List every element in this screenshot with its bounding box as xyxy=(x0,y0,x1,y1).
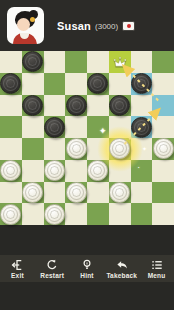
opponent-rating: (3000) xyxy=(95,22,118,31)
game-toolbar: Exit Restart Hint Takeback Menu xyxy=(0,255,174,282)
checker-piece-black[interactable] xyxy=(131,73,152,94)
checker-piece-black[interactable] xyxy=(22,51,43,72)
board-square-c6r0[interactable] xyxy=(131,51,153,73)
board-square-c5r0[interactable] xyxy=(109,51,131,73)
board-square-c2r3[interactable] xyxy=(44,116,66,138)
board-square-c1r5[interactable] xyxy=(22,160,44,182)
board-square-c6r2[interactable] xyxy=(131,95,153,117)
board-square-c3r4[interactable] xyxy=(65,138,87,160)
board-square-c7r3[interactable] xyxy=(152,116,174,138)
checker-piece-black[interactable] xyxy=(109,95,130,116)
board-square-c5r2[interactable] xyxy=(109,95,131,117)
board-square-c1r1[interactable] xyxy=(22,73,44,95)
board-square-c4r7[interactable] xyxy=(87,203,109,225)
takeback-button[interactable]: Takeback xyxy=(104,255,139,282)
checker-piece-white[interactable] xyxy=(87,160,108,181)
checker-piece-white[interactable] xyxy=(66,138,87,159)
board-square-c2r0[interactable] xyxy=(44,51,66,73)
board-square-c0r1[interactable] xyxy=(0,73,22,95)
takeback-icon xyxy=(116,259,128,271)
checker-piece-white[interactable] xyxy=(44,204,65,225)
board-square-c6r6[interactable] xyxy=(131,182,153,204)
crown-icon xyxy=(113,56,127,68)
restart-icon xyxy=(46,259,58,271)
opponent-avatar xyxy=(7,7,44,44)
board-square-c1r0[interactable] xyxy=(22,51,44,73)
exit-label: Exit xyxy=(11,272,24,279)
restart-button[interactable]: Restart xyxy=(35,255,70,282)
board-square-c3r6[interactable] xyxy=(65,182,87,204)
board-square-c3r7[interactable] xyxy=(65,203,87,225)
board-square-c1r7[interactable] xyxy=(22,203,44,225)
checker-piece-black[interactable] xyxy=(66,95,87,116)
menu-button[interactable]: Menu xyxy=(139,255,174,282)
board-square-c7r1[interactable] xyxy=(152,73,174,95)
board-square-c0r2[interactable] xyxy=(0,95,22,117)
checker-piece-white[interactable] xyxy=(109,182,130,203)
board-square-c5r7[interactable] xyxy=(109,203,131,225)
board-square-c6r1[interactable] xyxy=(131,73,153,95)
board-square-c3r5[interactable] xyxy=(65,160,87,182)
board-square-c5r4[interactable] xyxy=(109,138,131,160)
board-square-c0r5[interactable] xyxy=(0,160,22,182)
checker-piece-white[interactable] xyxy=(44,160,65,181)
checker-piece-white[interactable] xyxy=(0,160,21,181)
board-square-c7r0[interactable] xyxy=(152,51,174,73)
checker-piece-white[interactable] xyxy=(153,138,174,159)
checker-piece-black[interactable] xyxy=(0,73,21,94)
board-square-c2r6[interactable] xyxy=(44,182,66,204)
takeback-label: Takeback xyxy=(106,272,137,279)
menu-icon xyxy=(151,259,163,271)
board-square-c7r6[interactable] xyxy=(152,182,174,204)
board-square-c1r2[interactable] xyxy=(22,95,44,117)
board-square-c4r2[interactable] xyxy=(87,95,109,117)
hint-button[interactable]: Hint xyxy=(70,255,105,282)
checker-piece-black[interactable] xyxy=(87,73,108,94)
board-square-c0r4[interactable] xyxy=(0,138,22,160)
board-square-c2r1[interactable] xyxy=(44,73,66,95)
exit-button[interactable]: Exit xyxy=(0,255,35,282)
board-square-c4r6[interactable] xyxy=(87,182,109,204)
app-screen: Susan (3000) ✦ ✦ • Exit xyxy=(0,0,174,310)
checker-piece-white[interactable] xyxy=(0,204,21,225)
opponent-name: Susan xyxy=(57,20,91,32)
board-square-c7r4[interactable] xyxy=(152,138,174,160)
board-square-c4r0[interactable] xyxy=(87,51,109,73)
hint-icon xyxy=(81,259,93,271)
board-square-c0r0[interactable] xyxy=(0,51,22,73)
board-square-c1r3[interactable] xyxy=(22,116,44,138)
checker-piece-white[interactable] xyxy=(22,182,43,203)
board-square-c0r7[interactable] xyxy=(0,203,22,225)
board-square-c7r7[interactable] xyxy=(152,203,174,225)
opponent-bar: Susan (3000) xyxy=(0,0,174,51)
board-square-c7r5[interactable] xyxy=(152,160,174,182)
board-square-c4r5[interactable] xyxy=(87,160,109,182)
restart-label: Restart xyxy=(40,272,64,279)
board-square-c2r4[interactable] xyxy=(44,138,66,160)
avatar-face xyxy=(17,18,30,31)
board-square-c3r2[interactable] xyxy=(65,95,87,117)
opponent-info: Susan (3000) xyxy=(57,0,135,51)
hint-label: Hint xyxy=(80,272,93,279)
avatar-hair-ornament xyxy=(30,17,35,22)
board-square-c7r2[interactable] xyxy=(152,95,174,117)
checker-piece-white[interactable] xyxy=(66,182,87,203)
japan-flag-icon xyxy=(122,21,135,31)
board-square-c3r3[interactable] xyxy=(65,116,87,138)
board-square-c0r3[interactable] xyxy=(0,116,22,138)
board-square-c5r1[interactable] xyxy=(109,73,131,95)
checker-piece-black[interactable] xyxy=(22,95,43,116)
board-square-c2r7[interactable] xyxy=(44,203,66,225)
board-square-c3r0[interactable] xyxy=(65,51,87,73)
checkers-board xyxy=(0,51,174,225)
board-square-c5r6[interactable] xyxy=(109,182,131,204)
board-square-c0r6[interactable] xyxy=(0,182,22,204)
board-square-c1r4[interactable] xyxy=(22,138,44,160)
board-square-c4r1[interactable] xyxy=(87,73,109,95)
menu-label: Menu xyxy=(148,272,166,279)
board-square-c2r2[interactable] xyxy=(44,95,66,117)
board-square-c3r1[interactable] xyxy=(65,73,87,95)
board-square-c1r6[interactable] xyxy=(22,182,44,204)
board-square-c6r7[interactable] xyxy=(131,203,153,225)
board-square-c2r5[interactable] xyxy=(44,160,66,182)
exit-icon xyxy=(11,259,23,271)
checker-piece-black[interactable] xyxy=(131,117,152,138)
board-square-c6r3[interactable] xyxy=(131,116,153,138)
checker-piece-black[interactable] xyxy=(44,117,65,138)
